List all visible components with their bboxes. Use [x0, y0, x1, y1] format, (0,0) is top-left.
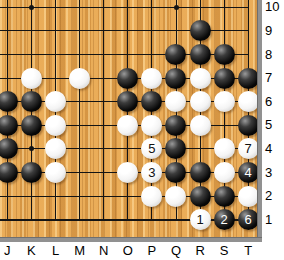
- white-stone-L3[interactable]: [45, 162, 66, 183]
- grid-line-vertical: [200, 0, 201, 19]
- grid-line-vertical: [151, 19, 152, 43]
- intersection-Q1[interactable]: [164, 208, 188, 232]
- grid-line-vertical: [103, 90, 104, 114]
- black-stone-O6[interactable]: [117, 91, 138, 112]
- grid-line-vertical: [7, 19, 8, 43]
- black-stone-K6[interactable]: [21, 91, 42, 112]
- white-stone-S6[interactable]: [214, 91, 235, 112]
- intersection-O9[interactable]: [116, 19, 140, 43]
- black-stone-O7[interactable]: [117, 68, 138, 89]
- intersection-R9[interactable]: [188, 19, 212, 43]
- intersection-K10[interactable]: [19, 0, 43, 19]
- intersection-J4[interactable]: [0, 137, 19, 161]
- board-edge-bottom: [0, 237, 262, 242]
- grid-line-vertical: [248, 0, 249, 19]
- grid-line-vertical: [248, 43, 249, 67]
- intersection-O6[interactable]: [116, 90, 140, 114]
- intersection-P6[interactable]: [140, 90, 164, 114]
- grid-line-vertical: [79, 90, 80, 114]
- column-label-O: O: [116, 243, 140, 258]
- intersection-N9[interactable]: [92, 19, 116, 43]
- intersection-Q5[interactable]: [164, 113, 188, 137]
- white-stone-T2[interactable]: [238, 186, 259, 207]
- grid-line-vertical: [55, 43, 56, 67]
- intersection-R3[interactable]: [188, 161, 212, 185]
- board-edge-right: [257, 0, 262, 242]
- intersection-M3[interactable]: [68, 161, 92, 185]
- grid-line-vertical: [224, 19, 225, 43]
- intersection-N4[interactable]: [92, 137, 116, 161]
- column-label-R: R: [188, 243, 212, 258]
- intersection-L4[interactable]: [43, 137, 67, 161]
- intersection-N10[interactable]: [92, 0, 116, 19]
- black-stone-T7[interactable]: [238, 68, 259, 89]
- grid-line-vertical: [127, 19, 128, 43]
- intersection-K5[interactable]: [19, 113, 43, 137]
- column-label-J: J: [0, 243, 19, 258]
- grid-line-vertical: [151, 0, 152, 19]
- grid-line-vertical: [103, 137, 104, 161]
- white-stone-K7[interactable]: [21, 68, 42, 89]
- intersection-M10[interactable]: [68, 0, 92, 19]
- intersection-S8[interactable]: [212, 43, 236, 67]
- intersection-P7[interactable]: [140, 66, 164, 90]
- intersection-Q3[interactable]: [164, 161, 188, 185]
- grid-line-vertical: [200, 137, 201, 161]
- intersection-P8[interactable]: [140, 43, 164, 67]
- grid-line-vertical: [79, 19, 80, 43]
- grid-line-vertical: [31, 208, 32, 221]
- grid-line-vertical: [248, 19, 249, 43]
- grid-line-vertical: [103, 208, 104, 221]
- intersection-S4[interactable]: [212, 137, 236, 161]
- intersection-Q2[interactable]: [164, 184, 188, 208]
- intersection-K4[interactable]: [19, 137, 43, 161]
- intersection-M1[interactable]: [68, 208, 92, 232]
- grid-line-horizontal: [0, 78, 19, 79]
- white-stone-O3[interactable]: [117, 162, 138, 183]
- intersection-K9[interactable]: [19, 19, 43, 43]
- white-stone-R5[interactable]: [190, 115, 211, 136]
- intersection-O7[interactable]: [116, 66, 140, 90]
- intersection-P5[interactable]: [140, 113, 164, 137]
- intersection-P4[interactable]: 5: [140, 137, 164, 161]
- column-label-N: N: [92, 243, 116, 258]
- star-point-K10: [29, 5, 34, 10]
- intersection-Q9[interactable]: [164, 19, 188, 43]
- intersection-K1[interactable]: [19, 208, 43, 232]
- white-stone-S3[interactable]: [214, 162, 235, 183]
- grid-line-vertical: [79, 208, 80, 221]
- intersection-J2[interactable]: [0, 184, 19, 208]
- intersection-Q10[interactable]: [164, 0, 188, 19]
- grid-line-vertical: [127, 0, 128, 19]
- black-stone-S8[interactable]: [214, 44, 235, 65]
- intersection-J9[interactable]: [0, 19, 19, 43]
- intersection-L9[interactable]: [43, 19, 67, 43]
- grid-line-vertical: [127, 137, 128, 161]
- black-stone-S1-move-2[interactable]: 2: [214, 209, 235, 230]
- grid-line-vertical: [79, 161, 80, 185]
- grid-line-vertical: [103, 19, 104, 43]
- white-stone-O5[interactable]: [117, 115, 138, 136]
- grid-line-horizontal: [0, 219, 19, 221]
- grid-line-horizontal: [0, 54, 19, 55]
- white-stone-P7[interactable]: [141, 68, 162, 89]
- grid-line-horizontal: [0, 30, 19, 31]
- grid-line-vertical: [31, 19, 32, 43]
- grid-line-vertical: [79, 137, 80, 161]
- row-label-8: 8: [263, 47, 284, 62]
- intersection-J10[interactable]: [0, 0, 19, 19]
- go-board-screenshot: 5734126 JKLMNOPQRST 10987654321: [0, 0, 284, 260]
- white-stone-R1-move-1[interactable]: 1: [190, 209, 211, 230]
- intersection-K3[interactable]: [19, 161, 43, 185]
- intersection-O8[interactable]: [116, 43, 140, 67]
- white-stone-L4[interactable]: [45, 138, 66, 159]
- column-label-T: T: [236, 243, 260, 258]
- black-stone-R8[interactable]: [190, 44, 211, 65]
- intersection-J1[interactable]: [0, 208, 19, 232]
- intersection-P9[interactable]: [140, 19, 164, 43]
- goban: 5734126: [0, 0, 257, 237]
- grid-line-vertical: [224, 0, 225, 19]
- black-stone-R9[interactable]: [190, 20, 211, 41]
- intersection-Q6[interactable]: [164, 90, 188, 114]
- intersection-O5[interactable]: [116, 113, 140, 137]
- intersection-S2[interactable]: [212, 184, 236, 208]
- black-stone-S7[interactable]: [214, 68, 235, 89]
- column-label-S: S: [212, 243, 236, 258]
- intersection-R6[interactable]: [188, 90, 212, 114]
- black-stone-J5[interactable]: [0, 115, 18, 136]
- intersection-K2[interactable]: [19, 184, 43, 208]
- intersection-L1[interactable]: [43, 208, 67, 232]
- black-stone-Q5[interactable]: [165, 115, 186, 136]
- intersection-J8[interactable]: [0, 43, 19, 67]
- grid-line-vertical: [103, 43, 104, 67]
- grid-line-vertical: [7, 66, 8, 90]
- intersection-R1[interactable]: 1: [188, 208, 212, 232]
- intersection-P10[interactable]: [140, 0, 164, 19]
- white-stone-L5[interactable]: [45, 115, 66, 136]
- black-stone-P6[interactable]: [141, 91, 162, 112]
- grid-line-vertical: [31, 43, 32, 67]
- intersection-M4[interactable]: [68, 137, 92, 161]
- intersection-N3[interactable]: [92, 161, 116, 185]
- intersection-S3[interactable]: [212, 161, 236, 185]
- black-stone-K3[interactable]: [21, 162, 42, 183]
- white-stone-R6[interactable]: [190, 91, 211, 112]
- grid-line-vertical: [127, 208, 128, 221]
- intersection-L7[interactable]: [43, 66, 67, 90]
- intersection-K6[interactable]: [19, 90, 43, 114]
- grid-line-vertical: [103, 0, 104, 19]
- intersection-O4[interactable]: [116, 137, 140, 161]
- grid-line-vertical: [176, 208, 177, 221]
- intersection-N1[interactable]: [92, 208, 116, 232]
- grid-line-vertical: [55, 208, 56, 221]
- white-stone-P5[interactable]: [141, 115, 162, 136]
- white-stone-R7[interactable]: [190, 68, 211, 89]
- intersection-S9[interactable]: [212, 19, 236, 43]
- white-stone-Q2[interactable]: [165, 186, 186, 207]
- grid-line-vertical: [79, 184, 80, 208]
- intersection-R7[interactable]: [188, 66, 212, 90]
- grid-line-vertical: [55, 184, 56, 208]
- goban-grid: 5734126: [0, 0, 260, 231]
- intersection-J7[interactable]: [0, 66, 19, 90]
- intersection-L5[interactable]: [43, 113, 67, 137]
- grid-line-vertical: [7, 184, 8, 208]
- grid-line-vertical: [103, 184, 104, 208]
- intersection-N2[interactable]: [92, 184, 116, 208]
- grid-line-vertical: [127, 43, 128, 67]
- black-stone-Q7[interactable]: [165, 68, 186, 89]
- black-stone-R2[interactable]: [190, 186, 211, 207]
- star-point-Q10: [174, 5, 179, 10]
- grid-line-horizontal: [0, 7, 19, 8]
- intersection-Q4[interactable]: [164, 137, 188, 161]
- column-label-K: K: [19, 243, 43, 258]
- intersection-N6[interactable]: [92, 90, 116, 114]
- grid-line-vertical: [151, 208, 152, 221]
- white-stone-P3-move-3[interactable]: 3: [141, 162, 162, 183]
- intersection-L2[interactable]: [43, 184, 67, 208]
- intersection-M6[interactable]: [68, 90, 92, 114]
- grid-line-vertical: [79, 113, 80, 137]
- black-stone-J4[interactable]: [0, 138, 18, 159]
- intersection-R2[interactable]: [188, 184, 212, 208]
- grid-line-vertical: [176, 19, 177, 43]
- grid-line-vertical: [103, 66, 104, 90]
- intersection-M7[interactable]: [68, 66, 92, 90]
- grid-line-vertical: [7, 43, 8, 67]
- grid-line-vertical: [151, 43, 152, 67]
- intersection-N8[interactable]: [92, 43, 116, 67]
- intersection-M8[interactable]: [68, 43, 92, 67]
- white-stone-T6[interactable]: [238, 91, 259, 112]
- black-stone-Q4[interactable]: [165, 138, 186, 159]
- white-stone-L6[interactable]: [45, 91, 66, 112]
- white-stone-T4-move-7[interactable]: 7: [238, 138, 259, 159]
- black-stone-R3[interactable]: [190, 162, 211, 183]
- grid-line-vertical: [103, 161, 104, 185]
- row-label-3: 3: [263, 165, 284, 180]
- intersection-S7[interactable]: [212, 66, 236, 90]
- intersection-L3[interactable]: [43, 161, 67, 185]
- intersection-K8[interactable]: [19, 43, 43, 67]
- intersection-L10[interactable]: [43, 0, 67, 19]
- grid-line-vertical: [127, 184, 128, 208]
- white-stone-P2[interactable]: [141, 186, 162, 207]
- column-label-P: P: [140, 243, 164, 258]
- intersection-N7[interactable]: [92, 66, 116, 90]
- black-stone-J6[interactable]: [0, 91, 18, 112]
- intersection-L6[interactable]: [43, 90, 67, 114]
- row-label-2: 2: [263, 188, 284, 203]
- column-label-L: L: [44, 243, 68, 258]
- row-label-6: 6: [263, 94, 284, 109]
- row-label-1: 1: [263, 212, 284, 227]
- black-stone-T5[interactable]: [238, 115, 259, 136]
- grid-line-vertical: [55, 66, 56, 90]
- grid-line-vertical: [7, 208, 8, 221]
- grid-line-vertical: [55, 19, 56, 43]
- intersection-M9[interactable]: [68, 19, 92, 43]
- column-label-Q: Q: [164, 243, 188, 258]
- intersection-Q8[interactable]: [164, 43, 188, 67]
- row-label-5: 5: [263, 117, 284, 132]
- grid-line-vertical: [31, 184, 32, 208]
- intersection-M5[interactable]: [68, 113, 92, 137]
- intersection-S5[interactable]: [212, 113, 236, 137]
- row-label-9: 9: [263, 23, 284, 38]
- grid-line-vertical: [224, 113, 225, 137]
- white-stone-Q6[interactable]: [165, 91, 186, 112]
- intersection-R10[interactable]: [188, 0, 212, 19]
- intersection-P1[interactable]: [140, 208, 164, 232]
- grid-line-horizontal: [0, 196, 19, 197]
- black-stone-T1-move-6[interactable]: 6: [238, 209, 259, 230]
- row-label-4: 4: [263, 141, 284, 156]
- intersection-J5[interactable]: [0, 113, 19, 137]
- intersection-R8[interactable]: [188, 43, 212, 67]
- intersection-O2[interactable]: [116, 184, 140, 208]
- intersection-R5[interactable]: [188, 113, 212, 137]
- intersection-S10[interactable]: [212, 0, 236, 19]
- grid-line-vertical: [79, 0, 80, 19]
- grid-line-vertical: [79, 43, 80, 67]
- intersection-N5[interactable]: [92, 113, 116, 137]
- intersection-K7[interactable]: [19, 66, 43, 90]
- intersection-O1[interactable]: [116, 208, 140, 232]
- intersection-L8[interactable]: [43, 43, 67, 67]
- intersection-O10[interactable]: [116, 0, 140, 19]
- white-stone-P4-move-5[interactable]: 5: [141, 138, 162, 159]
- intersection-P2[interactable]: [140, 184, 164, 208]
- intersection-Q7[interactable]: [164, 66, 188, 90]
- row-label-10: 10: [263, 0, 284, 14]
- intersection-P3[interactable]: 3: [140, 161, 164, 185]
- white-stone-M7[interactable]: [69, 68, 90, 89]
- intersection-O3[interactable]: [116, 161, 140, 185]
- intersection-M2[interactable]: [68, 184, 92, 208]
- black-stone-Q3[interactable]: [165, 162, 186, 183]
- intersection-S6[interactable]: [212, 90, 236, 114]
- black-stone-K5[interactable]: [21, 115, 42, 136]
- row-label-7: 7: [263, 70, 284, 85]
- black-stone-J3[interactable]: [0, 162, 18, 183]
- star-point-K4: [29, 146, 34, 151]
- black-stone-S2[interactable]: [214, 186, 235, 207]
- black-stone-Q8[interactable]: [165, 44, 186, 65]
- intersection-S1[interactable]: 2: [212, 208, 236, 232]
- grid-line-vertical: [7, 0, 8, 19]
- grid-line-vertical: [55, 0, 56, 19]
- grid-line-vertical: [103, 113, 104, 137]
- intersection-J6[interactable]: [0, 90, 19, 114]
- white-stone-S4[interactable]: [214, 138, 235, 159]
- intersection-R4[interactable]: [188, 137, 212, 161]
- black-stone-T3-move-4[interactable]: 4: [238, 162, 259, 183]
- intersection-J3[interactable]: [0, 161, 19, 185]
- column-label-M: M: [68, 243, 92, 258]
